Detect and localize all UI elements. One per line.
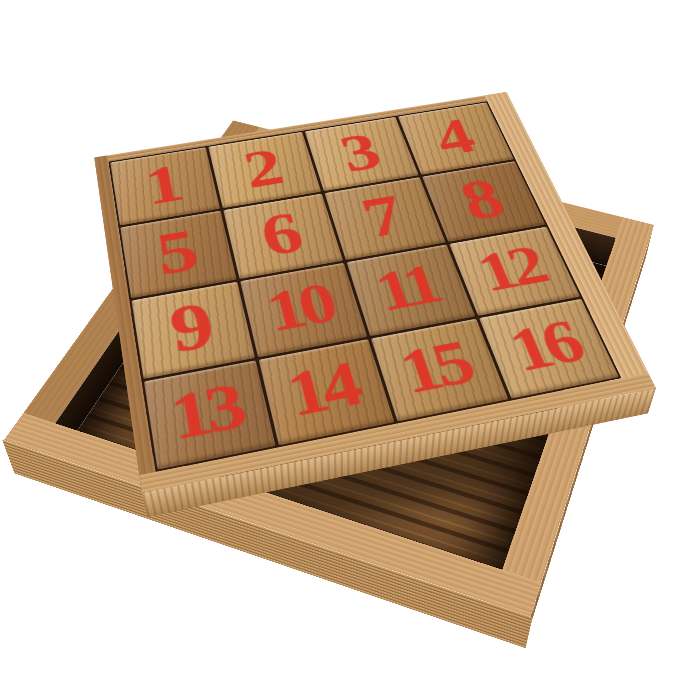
tile-number: 1 [141,156,188,213]
tile-number: 15 [392,331,478,404]
tile-number: 8 [453,170,513,229]
tile-number: 5 [152,220,203,284]
tile-number: 3 [334,125,387,179]
tile-number: 10 [261,274,339,341]
tile-10[interactable]: 10 [240,262,366,357]
tile-6[interactable]: 6 [224,194,343,279]
tile-number: 14 [281,352,364,427]
tile-number: 2 [239,140,289,196]
tile-9[interactable]: 9 [132,281,256,378]
product-photo-scene: 12345678910111213141516 [0,0,700,700]
tile-number: 13 [166,374,247,452]
tile-number: 9 [165,292,219,363]
tile-number: 6 [255,203,309,265]
tile-5[interactable]: 5 [120,211,236,298]
tile-number: 12 [470,238,552,301]
tile-number: 11 [369,256,445,320]
tile-number: 16 [501,311,589,382]
tile-number: 4 [427,110,483,163]
tile-number: 7 [355,186,412,246]
